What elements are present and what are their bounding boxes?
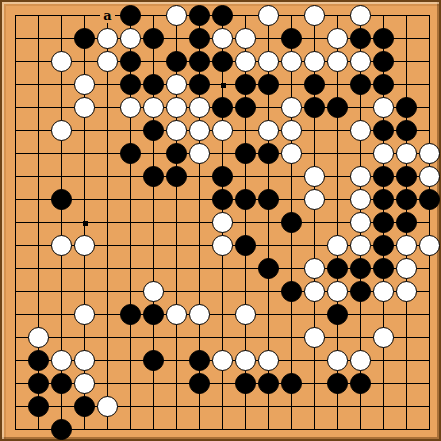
black-stone	[373, 166, 394, 187]
black-stone	[373, 28, 394, 49]
white-stone	[189, 304, 210, 325]
white-stone	[327, 350, 348, 371]
black-stone	[143, 350, 164, 371]
black-stone	[327, 258, 348, 279]
black-stone	[373, 51, 394, 72]
white-stone	[304, 5, 325, 26]
black-stone	[189, 373, 210, 394]
white-stone	[350, 235, 371, 256]
white-stone	[51, 51, 72, 72]
black-stone	[74, 396, 95, 417]
white-stone	[304, 258, 325, 279]
black-stone	[212, 5, 233, 26]
white-stone	[304, 327, 325, 348]
white-stone	[304, 281, 325, 302]
white-stone	[97, 51, 118, 72]
white-stone	[327, 235, 348, 256]
black-stone	[350, 373, 371, 394]
white-stone	[281, 143, 302, 164]
white-stone	[74, 235, 95, 256]
white-stone	[350, 5, 371, 26]
black-stone	[281, 281, 302, 302]
star-point	[83, 221, 88, 226]
white-stone	[396, 258, 417, 279]
white-stone	[350, 120, 371, 141]
black-stone	[396, 120, 417, 141]
black-stone	[281, 28, 302, 49]
black-stone	[373, 189, 394, 210]
black-stone	[281, 212, 302, 233]
black-stone	[304, 97, 325, 118]
black-stone	[212, 97, 233, 118]
white-stone	[235, 51, 256, 72]
white-stone	[74, 373, 95, 394]
black-stone	[373, 74, 394, 95]
white-stone	[166, 120, 187, 141]
black-stone	[235, 74, 256, 95]
white-stone	[212, 28, 233, 49]
white-stone	[51, 120, 72, 141]
white-stone	[166, 97, 187, 118]
black-stone	[350, 258, 371, 279]
black-stone	[258, 74, 279, 95]
black-stone	[235, 373, 256, 394]
black-stone	[212, 189, 233, 210]
black-stone	[327, 304, 348, 325]
white-stone	[235, 304, 256, 325]
black-stone	[373, 235, 394, 256]
black-stone	[350, 28, 371, 49]
white-stone	[350, 51, 371, 72]
white-stone	[189, 143, 210, 164]
white-stone	[189, 120, 210, 141]
black-stone	[28, 350, 49, 371]
black-stone	[189, 350, 210, 371]
black-stone	[28, 373, 49, 394]
black-stone	[304, 74, 325, 95]
black-stone	[373, 120, 394, 141]
white-stone	[350, 166, 371, 187]
black-stone	[189, 74, 210, 95]
black-stone	[258, 189, 279, 210]
white-stone	[373, 327, 394, 348]
black-stone	[212, 166, 233, 187]
black-stone	[327, 97, 348, 118]
white-stone	[373, 97, 394, 118]
white-stone	[304, 166, 325, 187]
white-stone	[212, 350, 233, 371]
white-stone	[143, 97, 164, 118]
white-stone	[327, 28, 348, 49]
black-stone	[235, 97, 256, 118]
black-stone	[373, 258, 394, 279]
black-stone	[51, 373, 72, 394]
white-stone	[419, 166, 440, 187]
black-stone	[143, 166, 164, 187]
white-stone	[74, 97, 95, 118]
white-stone	[373, 281, 394, 302]
white-stone	[396, 235, 417, 256]
black-stone	[396, 212, 417, 233]
white-stone	[120, 28, 141, 49]
white-stone	[235, 28, 256, 49]
white-stone	[189, 97, 210, 118]
black-stone	[120, 5, 141, 26]
black-stone	[166, 51, 187, 72]
black-stone	[120, 51, 141, 72]
white-stone	[97, 396, 118, 417]
black-stone	[396, 97, 417, 118]
white-stone	[350, 350, 371, 371]
white-stone	[258, 350, 279, 371]
black-stone	[51, 419, 72, 440]
black-stone	[120, 143, 141, 164]
white-stone	[304, 51, 325, 72]
white-stone	[304, 189, 325, 210]
white-stone	[281, 97, 302, 118]
black-stone	[120, 304, 141, 325]
black-stone	[166, 143, 187, 164]
white-stone	[166, 304, 187, 325]
white-stone	[327, 51, 348, 72]
white-stone	[120, 97, 141, 118]
black-stone	[166, 166, 187, 187]
white-stone	[97, 28, 118, 49]
black-stone	[28, 396, 49, 417]
white-stone	[258, 120, 279, 141]
black-stone	[373, 212, 394, 233]
black-stone	[74, 28, 95, 49]
white-stone	[258, 51, 279, 72]
white-stone	[350, 212, 371, 233]
white-stone	[281, 51, 302, 72]
white-stone	[350, 189, 371, 210]
white-stone	[51, 350, 72, 371]
black-stone	[51, 189, 72, 210]
white-stone	[212, 212, 233, 233]
black-stone	[350, 281, 371, 302]
white-stone	[281, 120, 302, 141]
go-board[interactable]: a	[0, 0, 441, 441]
black-stone	[189, 5, 210, 26]
go-board-diagram: a	[0, 0, 441, 441]
star-point	[221, 83, 226, 88]
white-stone	[396, 143, 417, 164]
black-stone	[235, 189, 256, 210]
white-stone	[258, 5, 279, 26]
black-stone	[189, 51, 210, 72]
black-stone	[327, 373, 348, 394]
black-stone	[189, 28, 210, 49]
black-stone	[396, 166, 417, 187]
black-stone	[235, 235, 256, 256]
black-stone	[143, 120, 164, 141]
white-stone	[396, 281, 417, 302]
white-stone	[143, 281, 164, 302]
black-stone	[143, 74, 164, 95]
white-stone	[212, 120, 233, 141]
black-stone	[258, 143, 279, 164]
white-stone	[373, 143, 394, 164]
black-stone	[143, 28, 164, 49]
black-stone	[396, 189, 417, 210]
black-stone	[281, 373, 302, 394]
black-stone	[212, 51, 233, 72]
point-label-a: a	[100, 8, 115, 23]
black-stone	[143, 304, 164, 325]
black-stone	[235, 143, 256, 164]
black-stone	[258, 373, 279, 394]
white-stone	[28, 327, 49, 348]
white-stone	[212, 235, 233, 256]
white-stone	[419, 235, 440, 256]
white-stone	[166, 5, 187, 26]
white-stone	[51, 235, 72, 256]
black-stone	[258, 258, 279, 279]
white-stone	[419, 143, 440, 164]
black-stone	[350, 74, 371, 95]
black-stone	[120, 74, 141, 95]
white-stone	[166, 74, 187, 95]
white-stone	[74, 74, 95, 95]
white-stone	[327, 281, 348, 302]
white-stone	[74, 304, 95, 325]
white-stone	[235, 350, 256, 371]
white-stone	[74, 350, 95, 371]
black-stone	[419, 189, 440, 210]
